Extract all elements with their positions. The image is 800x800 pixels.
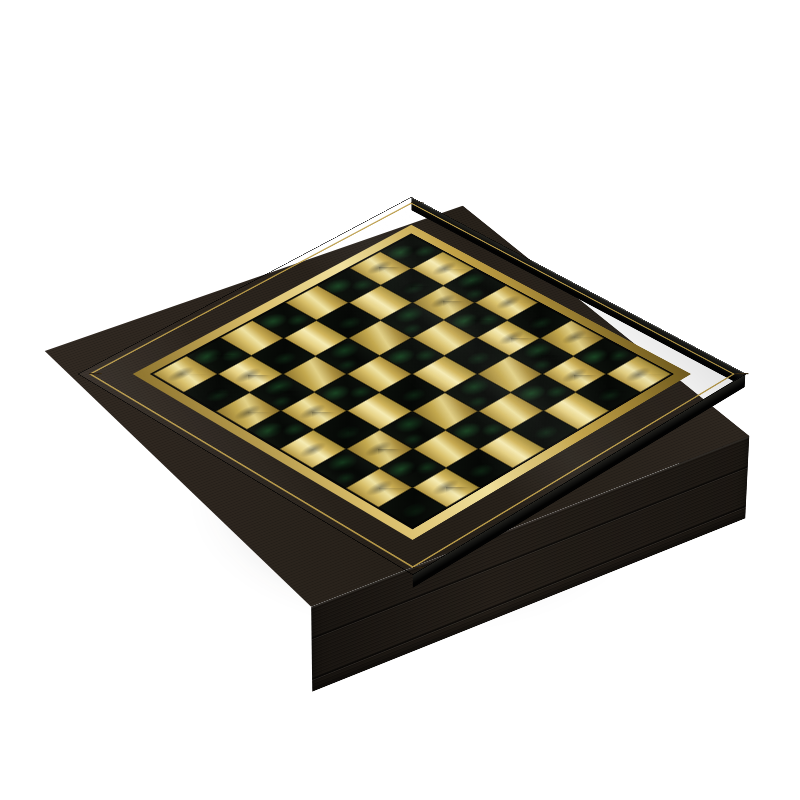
chess-set-photo: ♜♟♞♟♝♟♛♟♚♟♝♟♟♞♜♟♟♜♞♟♟♝♟♚♟♛♟♝♟♞♟♜ xyxy=(0,0,800,800)
gold-pawn-glyph: ♟ xyxy=(548,342,669,396)
bronze-rook-glyph: ♜ xyxy=(350,429,476,515)
perspective-stage: ♜♟♞♟♝♟♛♟♚♟♝♟♟♞♜♟♟♜♞♟♟♝♟♚♟♛♟♝♟♞♟♜ xyxy=(0,0,800,800)
